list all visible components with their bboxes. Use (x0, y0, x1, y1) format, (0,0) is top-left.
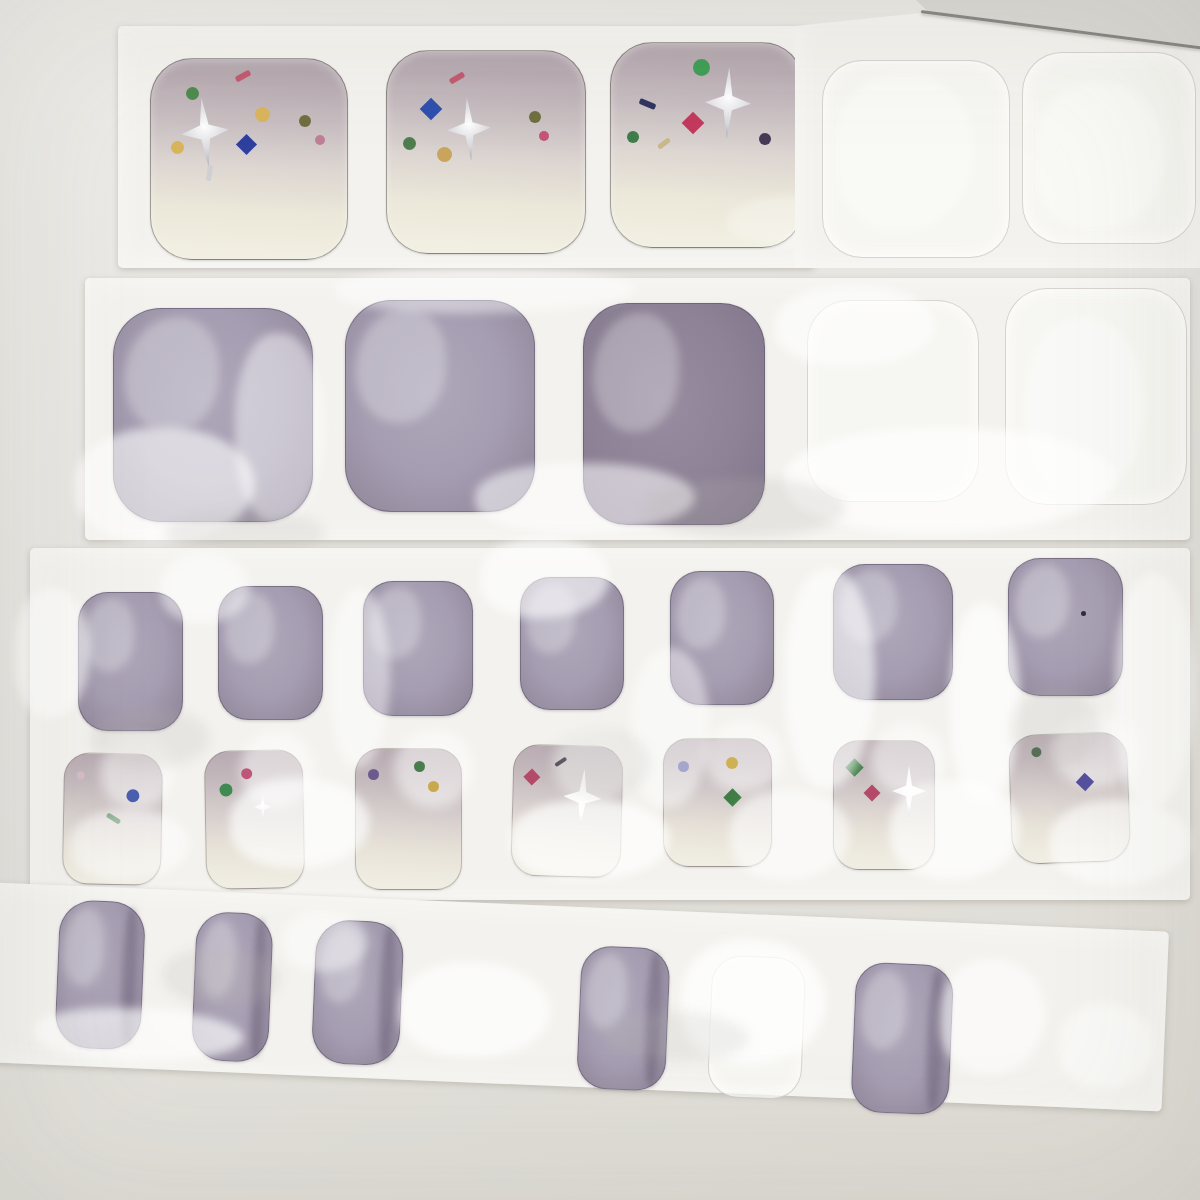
confetti-dot (539, 131, 549, 141)
plastic-film-shade (550, 728, 650, 798)
confetti-diamond (236, 134, 257, 155)
confetti-bar (449, 71, 466, 84)
confetti-dot (428, 781, 439, 792)
plastic-film-shade (1010, 688, 1100, 768)
confetti-star (177, 95, 232, 170)
small-gradient-sticker-b3 (355, 748, 462, 890)
sheet-strip4 (0, 882, 1169, 1111)
confetti-dot (529, 111, 541, 123)
confetti-dot (315, 135, 325, 145)
confetti-dot (255, 107, 270, 122)
plastic-film-highlight (510, 800, 670, 880)
confetti-dot (693, 59, 710, 76)
sheet-strip3 (30, 548, 1190, 900)
sheet-strip2 (85, 278, 1190, 540)
confetti-bar (657, 137, 671, 150)
confetti-dot (759, 133, 771, 145)
confetti-dot (368, 769, 379, 780)
confetti-bar (638, 98, 656, 110)
plastic-film-highlight (938, 957, 1048, 1076)
confetti-dot (126, 789, 139, 802)
small-nail-sticker-a7 (1008, 558, 1123, 696)
confetti-dot (437, 147, 452, 162)
scene (0, 0, 1200, 1200)
confetti-star (704, 66, 752, 140)
confetti-diamond (1076, 773, 1094, 791)
confetti-dot (171, 141, 184, 154)
plastic-film-highlight (230, 778, 370, 868)
plastic-film-highlight (70, 810, 190, 880)
confetti-dot (241, 768, 252, 779)
plastic-film-highlight (1050, 800, 1190, 885)
confetti-dot (299, 115, 311, 127)
plastic-film-highlight (1057, 1002, 1155, 1091)
confetti-dot (403, 137, 416, 150)
toe-sticker-gradient-2 (386, 50, 586, 254)
plastic-film-highlight (730, 790, 850, 880)
sheet-strip1-right (795, 12, 1200, 268)
plastic-film-shade (90, 708, 210, 768)
plastic-film-highlight (335, 268, 635, 313)
plastic-film-highlight (890, 780, 1020, 880)
confetti-diamond (420, 98, 443, 121)
plastic-film-highlight (1115, 573, 1195, 808)
confetti-dot (1081, 611, 1086, 616)
confetti-dot (219, 783, 232, 796)
confetti-bar (235, 70, 252, 83)
confetti-dot (627, 131, 639, 143)
sheet-strip1-left (118, 26, 815, 268)
confetti-bar (206, 165, 213, 182)
toe-sticker-gradient-1 (150, 58, 348, 260)
plastic-film-shade (645, 478, 845, 538)
plastic-film-highlight (235, 333, 325, 523)
confetti-star (445, 96, 493, 163)
confetti-diamond (682, 112, 705, 135)
confetti-dot (726, 757, 738, 769)
narrow-nail-sticker-5 (850, 962, 954, 1116)
confetti-diamond (523, 769, 540, 786)
confetti-dot (186, 87, 199, 100)
confetti-dot (414, 761, 425, 772)
confetti-diamond (723, 788, 741, 806)
plastic-film-highlight (330, 588, 390, 768)
confetti-diamond (864, 785, 881, 802)
confetti-dot (77, 771, 85, 779)
plastic-film-highlight (398, 960, 552, 1061)
